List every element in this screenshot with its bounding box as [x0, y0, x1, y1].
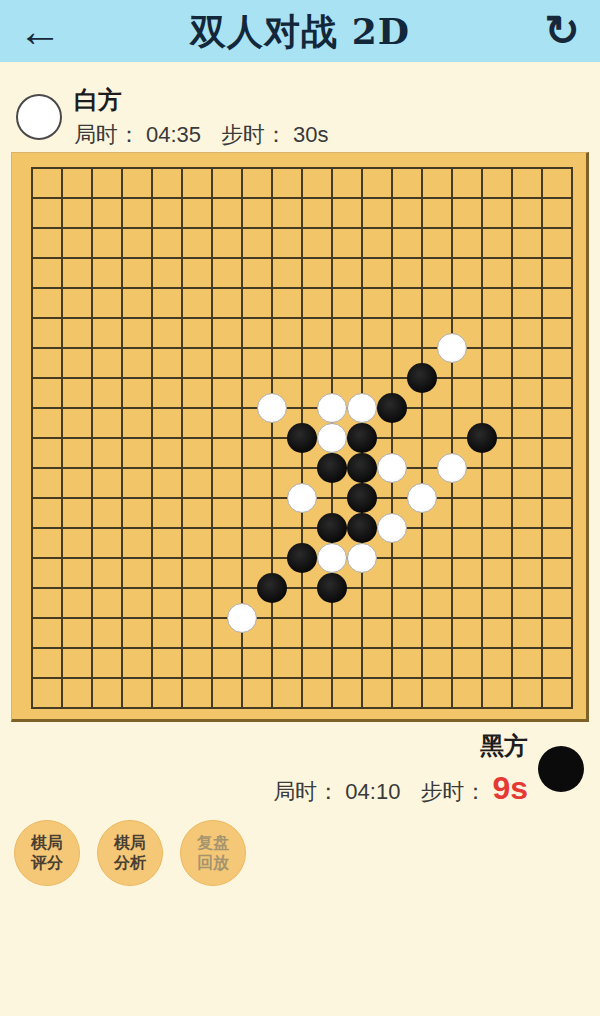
black-player-panel: 黑方 局时： 04:10 步时： 9s — [273, 730, 584, 807]
black-stone — [287, 423, 317, 453]
black-stone — [377, 393, 407, 423]
black-stone — [467, 423, 497, 453]
game-analysis-button[interactable]: 棋局 分析 — [97, 820, 163, 886]
app-screen: ← 双人对战 2D ↻ 白方 局时： 04:35 步时： 30s 黑方 局时： — [0, 0, 600, 1016]
black-stone — [317, 453, 347, 483]
black-stone — [347, 423, 377, 453]
black-game-time: 04:10 — [345, 779, 400, 805]
game-score-label-2: 评分 — [31, 853, 63, 873]
white-stone-icon — [16, 94, 62, 140]
game-analysis-label-2: 分析 — [114, 853, 146, 873]
page-title: 双人对战 2D — [0, 8, 600, 57]
white-stone — [377, 453, 407, 483]
black-stone — [287, 543, 317, 573]
black-stone — [407, 363, 437, 393]
white-stone — [317, 543, 347, 573]
black-player-name: 黑方 — [480, 730, 528, 762]
white-player-panel: 白方 局时： 04:35 步时： 30s — [16, 84, 329, 150]
black-stone — [257, 573, 287, 603]
black-stone — [347, 483, 377, 513]
stones-layer — [31, 167, 573, 709]
black-game-time-label: 局时： — [273, 777, 339, 807]
gomoku-board[interactable] — [11, 152, 589, 722]
white-stone — [347, 393, 377, 423]
white-stone — [287, 483, 317, 513]
black-stone — [347, 513, 377, 543]
white-stone — [257, 393, 287, 423]
action-buttons: 棋局 评分 棋局 分析 复盘 回放 — [14, 820, 246, 886]
white-stone — [407, 483, 437, 513]
black-move-time-label: 步时： — [420, 777, 486, 807]
white-stone — [437, 333, 467, 363]
white-game-time-label: 局时： — [74, 120, 140, 150]
refresh-icon[interactable]: ↻ — [536, 4, 588, 58]
black-stone — [317, 513, 347, 543]
white-stone — [317, 393, 347, 423]
white-game-time: 04:35 — [146, 122, 201, 148]
white-stone — [437, 453, 467, 483]
replay-label-2: 回放 — [197, 853, 229, 873]
black-stone — [317, 573, 347, 603]
white-player-name: 白方 — [74, 84, 329, 116]
white-stone — [317, 423, 347, 453]
white-stone — [377, 513, 407, 543]
header-bar: ← 双人对战 2D ↻ — [0, 0, 600, 62]
replay-label-1: 复盘 — [197, 833, 229, 853]
black-stone — [347, 453, 377, 483]
replay-button[interactable]: 复盘 回放 — [180, 820, 246, 886]
game-analysis-label-1: 棋局 — [114, 833, 146, 853]
white-stone — [347, 543, 377, 573]
white-move-time-label: 步时： — [221, 120, 287, 150]
black-stone-icon — [538, 746, 584, 792]
game-score-label-1: 棋局 — [31, 833, 63, 853]
white-move-time: 30s — [293, 122, 328, 148]
white-stone — [227, 603, 257, 633]
board-grid — [31, 167, 573, 709]
game-score-button[interactable]: 棋局 评分 — [14, 820, 80, 886]
black-move-time: 9s — [492, 770, 528, 807]
